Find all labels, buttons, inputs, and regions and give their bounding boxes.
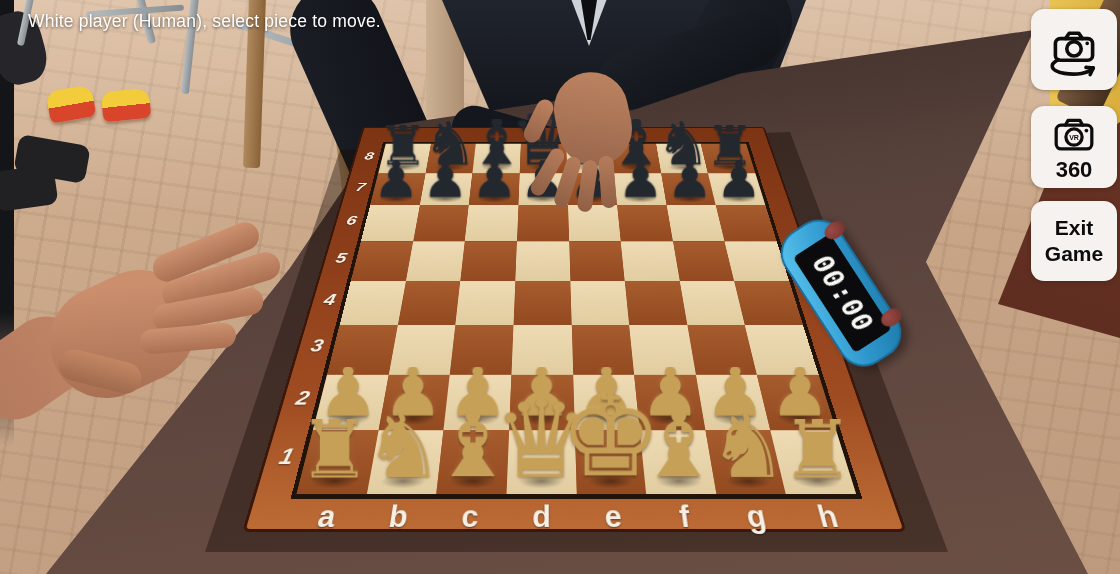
file-label-c: c [432, 500, 507, 535]
svg-text:VR: VR [1069, 133, 1079, 140]
square-a5[interactable] [351, 241, 413, 281]
piece-white-rook[interactable]: ♜ [298, 418, 371, 479]
square-h5[interactable] [725, 241, 789, 281]
piece-black-pawn[interactable]: ♟ [667, 160, 713, 198]
square-f1[interactable]: ♝ [640, 430, 716, 494]
square-b7[interactable]: ♟ [419, 173, 472, 205]
player-hand [0, 200, 300, 440]
square-h1[interactable]: ♜ [771, 430, 856, 494]
piece-black-pawn[interactable]: ♟ [471, 160, 517, 198]
square-b5[interactable] [406, 241, 465, 281]
vr-360-button[interactable]: VR 360 [1031, 106, 1117, 188]
piece-black-pawn[interactable]: ♟ [422, 160, 468, 198]
square-a4[interactable] [340, 281, 406, 325]
square-h6[interactable] [716, 206, 777, 242]
square-e4[interactable] [570, 281, 629, 325]
square-b6[interactable] [413, 206, 469, 242]
vr-camera-icon: VR [1047, 112, 1101, 160]
square-d4[interactable] [513, 281, 571, 325]
file-label-h: h [788, 500, 870, 535]
piece-black-pawn[interactable]: ♟ [716, 160, 762, 198]
status-message: White player (Human), select piece to mo… [28, 11, 381, 32]
square-e5[interactable] [569, 241, 625, 281]
square-g6[interactable] [667, 206, 725, 242]
rank-label-5: 5 [328, 250, 355, 267]
file-label-g: g [717, 500, 796, 535]
square-f5[interactable] [621, 241, 680, 281]
file-label-d: d [505, 500, 578, 535]
square-h7[interactable]: ♟ [708, 173, 765, 205]
rotate-camera-button[interactable] [1031, 9, 1117, 90]
square-g1[interactable]: ♞ [705, 430, 786, 494]
square-c7[interactable]: ♟ [469, 173, 520, 205]
game-screen: ♜♞♝♛♚♝♞♜♟♟♟♟♟♟♟♟♟♟♟♟♟♟♟♟♜♞♝♛♚♝♞♜ 8765432… [0, 0, 1120, 574]
camera-rotate-icon [1044, 19, 1104, 81]
file-label-e: e [577, 500, 651, 535]
file-label-f: f [647, 500, 724, 535]
piece-white-rook[interactable]: ♜ [780, 418, 853, 479]
rank-label-7: 7 [349, 180, 373, 194]
square-b4[interactable] [398, 281, 461, 325]
rank-label-6: 6 [339, 213, 364, 228]
square-g4[interactable] [680, 281, 746, 325]
square-c5[interactable] [460, 241, 516, 281]
square-f4[interactable] [625, 281, 687, 325]
square-d5[interactable] [515, 241, 570, 281]
finger [598, 156, 617, 209]
file-label-b: b [359, 500, 436, 535]
exit-game-label: Exit Game [1042, 215, 1106, 268]
square-g5[interactable] [673, 241, 735, 281]
square-c6[interactable] [465, 206, 518, 242]
opponent-hand [528, 42, 658, 222]
exit-game-button[interactable]: Exit Game [1031, 201, 1117, 281]
square-h4[interactable] [734, 281, 803, 325]
square-e1[interactable]: ♚ [574, 430, 646, 494]
piece-white-knight[interactable]: ♞ [708, 412, 788, 479]
square-a7[interactable]: ♟ [370, 173, 425, 205]
square-c4[interactable] [455, 281, 515, 325]
piece-black-pawn[interactable]: ♟ [373, 160, 419, 198]
rank-label-4: 4 [316, 290, 344, 309]
vr-360-label: 360 [1056, 157, 1093, 183]
square-g7[interactable]: ♟ [661, 173, 716, 205]
square-a6[interactable] [361, 206, 420, 242]
file-label-a: a [286, 500, 366, 535]
